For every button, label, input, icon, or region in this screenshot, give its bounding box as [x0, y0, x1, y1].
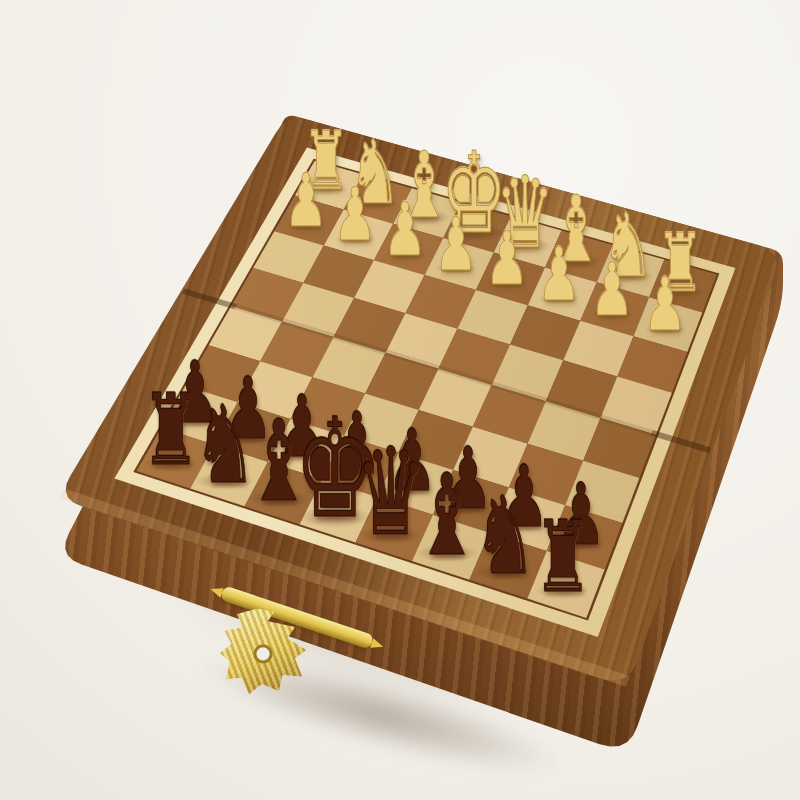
piece-black-bishop-c8: ♝	[414, 459, 480, 571]
piece-white-pawn-d2: ♟	[486, 222, 530, 296]
piece-black-rook-h8: ♜	[142, 381, 200, 480]
chess-set-photo: ♜♞♝♚♛♝♞♜♟♟♟♟♟♟♟♟♟♟♟♟♟♟♟♟♜♞♝♚♛♝♞♜	[0, 0, 800, 800]
piece-white-pawn-g2: ♟	[333, 178, 377, 252]
piece-white-pawn-c2: ♟	[538, 237, 582, 311]
piece-black-knight-b8: ♞	[473, 481, 537, 589]
clasp-hole	[252, 644, 274, 666]
piece-white-pawn-a2: ♟	[643, 268, 687, 342]
piece-white-pawn-f2: ♟	[383, 192, 427, 266]
piece-white-pawn-h2: ♟	[284, 163, 328, 237]
piece-white-pawn-e2: ♟	[434, 207, 478, 281]
piece-white-pawn-b2: ♟	[590, 252, 634, 326]
piece-black-rook-a8: ♜	[534, 508, 592, 607]
